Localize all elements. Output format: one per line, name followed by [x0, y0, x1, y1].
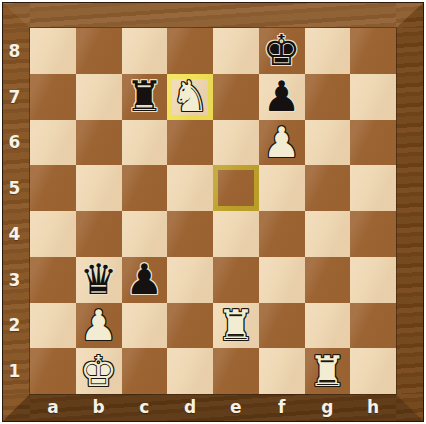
square-g8[interactable]: [305, 28, 351, 74]
square-a6[interactable]: [30, 120, 76, 166]
square-c6[interactable]: [122, 120, 168, 166]
black-rook-c7[interactable]: ♜: [126, 74, 164, 119]
square-f5[interactable]: [259, 165, 305, 211]
square-f1[interactable]: [259, 348, 305, 394]
square-b1[interactable]: ♚: [76, 348, 122, 394]
square-b4[interactable]: [76, 211, 122, 257]
chessboard-screenshot: ♚♜♞♟♟♛♟♟♜♚♜ 87654321abcdefgh: [0, 0, 426, 424]
board-outer-edge: ♚♜♞♟♟♛♟♟♜♚♜: [0, 0, 426, 424]
white-king-b1[interactable]: ♚: [80, 349, 118, 394]
square-a8[interactable]: [30, 28, 76, 74]
white-rook-e2[interactable]: ♜: [217, 303, 255, 348]
square-e3[interactable]: [213, 257, 259, 303]
black-pawn-c3[interactable]: ♟: [126, 257, 164, 302]
white-pawn-b2[interactable]: ♟: [80, 303, 118, 348]
square-g4[interactable]: [305, 211, 351, 257]
square-g2[interactable]: [305, 303, 351, 349]
square-c1[interactable]: [122, 348, 168, 394]
square-h3[interactable]: [350, 257, 396, 303]
square-a4[interactable]: [30, 211, 76, 257]
square-h5[interactable]: [350, 165, 396, 211]
white-pawn-f6[interactable]: ♟: [263, 120, 301, 165]
square-f2[interactable]: [259, 303, 305, 349]
square-g1[interactable]: ♜: [305, 348, 351, 394]
square-g5[interactable]: [305, 165, 351, 211]
white-rook-g1[interactable]: ♜: [309, 349, 347, 394]
square-d1[interactable]: [167, 348, 213, 394]
board-grid: ♚♜♞♟♟♛♟♟♜♚♜: [30, 28, 396, 394]
square-h1[interactable]: [350, 348, 396, 394]
square-f7[interactable]: ♟: [259, 74, 305, 120]
square-f4[interactable]: [259, 211, 305, 257]
square-a7[interactable]: [30, 74, 76, 120]
square-d2[interactable]: [167, 303, 213, 349]
square-e6[interactable]: [213, 120, 259, 166]
square-d5[interactable]: [167, 165, 213, 211]
white-knight-d7[interactable]: ♞: [171, 74, 209, 119]
square-c7[interactable]: ♜: [122, 74, 168, 120]
square-d4[interactable]: [167, 211, 213, 257]
square-e5[interactable]: [213, 165, 259, 211]
square-h2[interactable]: [350, 303, 396, 349]
square-a1[interactable]: [30, 348, 76, 394]
square-e2[interactable]: ♜: [213, 303, 259, 349]
square-b7[interactable]: [76, 74, 122, 120]
square-c3[interactable]: ♟: [122, 257, 168, 303]
board-outline: ♚♜♞♟♟♛♟♟♜♚♜: [2, 2, 424, 422]
square-h6[interactable]: [350, 120, 396, 166]
square-d6[interactable]: [167, 120, 213, 166]
square-e7[interactable]: [213, 74, 259, 120]
black-king-f8[interactable]: ♚: [263, 28, 301, 73]
square-f6[interactable]: ♟: [259, 120, 305, 166]
square-b6[interactable]: [76, 120, 122, 166]
square-a2[interactable]: [30, 303, 76, 349]
square-e1[interactable]: [213, 348, 259, 394]
square-b5[interactable]: [76, 165, 122, 211]
black-queen-b3[interactable]: ♛: [80, 257, 118, 302]
square-c5[interactable]: [122, 165, 168, 211]
square-b2[interactable]: ♟: [76, 303, 122, 349]
square-g7[interactable]: [305, 74, 351, 120]
square-a3[interactable]: [30, 257, 76, 303]
square-c2[interactable]: [122, 303, 168, 349]
square-g3[interactable]: [305, 257, 351, 303]
square-f8[interactable]: ♚: [259, 28, 305, 74]
square-d8[interactable]: [167, 28, 213, 74]
square-c4[interactable]: [122, 211, 168, 257]
black-pawn-f7[interactable]: ♟: [263, 74, 301, 119]
square-a5[interactable]: [30, 165, 76, 211]
square-e8[interactable]: [213, 28, 259, 74]
square-h4[interactable]: [350, 211, 396, 257]
square-h7[interactable]: [350, 74, 396, 120]
square-f3[interactable]: [259, 257, 305, 303]
square-e4[interactable]: [213, 211, 259, 257]
square-h8[interactable]: [350, 28, 396, 74]
square-b8[interactable]: [76, 28, 122, 74]
square-d3[interactable]: [167, 257, 213, 303]
square-c8[interactable]: [122, 28, 168, 74]
square-d7[interactable]: ♞: [167, 74, 213, 120]
wooden-frame: ♚♜♞♟♟♛♟♟♜♚♜: [3, 3, 423, 421]
square-g6[interactable]: [305, 120, 351, 166]
square-b3[interactable]: ♛: [76, 257, 122, 303]
